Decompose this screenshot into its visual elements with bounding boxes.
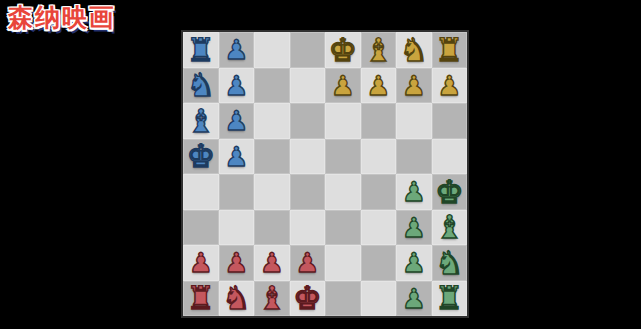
square-f8[interactable]: ♝	[361, 32, 397, 68]
piece-yellow-pawn: ♟	[331, 72, 355, 99]
piece-green-boat: ♜	[435, 282, 464, 314]
square-f5[interactable]	[361, 139, 397, 175]
piece-blue-pawn: ♟	[224, 72, 248, 99]
square-h6[interactable]	[432, 103, 468, 139]
square-a3[interactable]	[183, 210, 219, 246]
square-g1[interactable]: ♟	[396, 281, 432, 317]
square-a4[interactable]	[183, 174, 219, 210]
square-g7[interactable]: ♟	[396, 68, 432, 104]
video-frame: 森纳映画 ♜♟♚♝♞♜♞♟♟♟♟♟♝♟♚♟♟♚♟♝♟♟♟♟♟♞♜♞♝♚♟♜	[0, 0, 641, 329]
piece-blue-boat: ♜	[186, 34, 215, 66]
piece-red-bishop: ♝	[257, 282, 286, 314]
square-g5[interactable]	[396, 139, 432, 175]
square-b1[interactable]: ♞	[219, 281, 255, 317]
square-b7[interactable]: ♟	[219, 68, 255, 104]
square-b5[interactable]: ♟	[219, 139, 255, 175]
square-c6[interactable]	[254, 103, 290, 139]
square-c7[interactable]	[254, 68, 290, 104]
square-c3[interactable]	[254, 210, 290, 246]
piece-green-king: ♚	[435, 176, 464, 208]
square-c5[interactable]	[254, 139, 290, 175]
square-f4[interactable]	[361, 174, 397, 210]
square-g6[interactable]	[396, 103, 432, 139]
square-f1[interactable]	[361, 281, 397, 317]
square-h2[interactable]: ♞	[432, 245, 468, 281]
square-g4[interactable]: ♟	[396, 174, 432, 210]
chaturaji-board: ♜♟♚♝♞♜♞♟♟♟♟♟♝♟♚♟♟♚♟♝♟♟♟♟♟♞♜♞♝♚♟♜	[181, 30, 469, 318]
square-d6[interactable]	[290, 103, 326, 139]
piece-red-boat: ♜	[186, 282, 215, 314]
square-h7[interactable]: ♟	[432, 68, 468, 104]
square-h8[interactable]: ♜	[432, 32, 468, 68]
square-e2[interactable]	[325, 245, 361, 281]
square-b2[interactable]: ♟	[219, 245, 255, 281]
piece-green-bishop: ♝	[435, 211, 464, 243]
square-a7[interactable]: ♞	[183, 68, 219, 104]
piece-yellow-pawn: ♟	[366, 72, 390, 99]
square-f3[interactable]	[361, 210, 397, 246]
piece-blue-pawn: ♟	[224, 36, 248, 63]
square-h4[interactable]: ♚	[432, 174, 468, 210]
square-h1[interactable]: ♜	[432, 281, 468, 317]
piece-green-pawn: ♟	[402, 178, 426, 205]
square-g3[interactable]: ♟	[396, 210, 432, 246]
square-e1[interactable]	[325, 281, 361, 317]
square-g8[interactable]: ♞	[396, 32, 432, 68]
square-f7[interactable]: ♟	[361, 68, 397, 104]
square-d8[interactable]	[290, 32, 326, 68]
piece-yellow-boat: ♜	[435, 34, 464, 66]
channel-watermark: 森纳映画	[8, 5, 116, 30]
piece-blue-pawn: ♟	[224, 107, 248, 134]
square-a6[interactable]: ♝	[183, 103, 219, 139]
square-d5[interactable]	[290, 139, 326, 175]
square-e8[interactable]: ♚	[325, 32, 361, 68]
piece-red-knight: ♞	[222, 282, 251, 314]
piece-red-pawn: ♟	[295, 249, 319, 276]
square-c2[interactable]: ♟	[254, 245, 290, 281]
piece-yellow-pawn: ♟	[437, 72, 461, 99]
square-b6[interactable]: ♟	[219, 103, 255, 139]
piece-yellow-king: ♚	[328, 34, 357, 66]
square-c1[interactable]: ♝	[254, 281, 290, 317]
square-a8[interactable]: ♜	[183, 32, 219, 68]
square-f2[interactable]	[361, 245, 397, 281]
square-d3[interactable]	[290, 210, 326, 246]
piece-green-pawn: ♟	[402, 249, 426, 276]
square-h5[interactable]	[432, 139, 468, 175]
square-h3[interactable]: ♝	[432, 210, 468, 246]
piece-red-pawn: ♟	[189, 249, 213, 276]
piece-blue-knight: ♞	[186, 69, 215, 101]
square-f6[interactable]	[361, 103, 397, 139]
square-b3[interactable]	[219, 210, 255, 246]
square-g2[interactable]: ♟	[396, 245, 432, 281]
square-c8[interactable]	[254, 32, 290, 68]
square-a1[interactable]: ♜	[183, 281, 219, 317]
square-a5[interactable]: ♚	[183, 139, 219, 175]
piece-blue-pawn: ♟	[224, 143, 248, 170]
square-d4[interactable]	[290, 174, 326, 210]
piece-yellow-pawn: ♟	[402, 72, 426, 99]
piece-yellow-knight: ♞	[399, 34, 428, 66]
square-b8[interactable]: ♟	[219, 32, 255, 68]
square-c4[interactable]	[254, 174, 290, 210]
piece-red-pawn: ♟	[224, 249, 248, 276]
square-e3[interactable]	[325, 210, 361, 246]
piece-green-pawn: ♟	[402, 214, 426, 241]
square-b4[interactable]	[219, 174, 255, 210]
square-e4[interactable]	[325, 174, 361, 210]
piece-yellow-bishop: ♝	[364, 34, 393, 66]
square-a2[interactable]: ♟	[183, 245, 219, 281]
square-d2[interactable]: ♟	[290, 245, 326, 281]
square-d1[interactable]: ♚	[290, 281, 326, 317]
square-d7[interactable]	[290, 68, 326, 104]
piece-red-pawn: ♟	[260, 249, 284, 276]
piece-green-pawn: ♟	[402, 285, 426, 312]
square-e5[interactable]	[325, 139, 361, 175]
piece-red-king: ♚	[293, 282, 322, 314]
piece-blue-king: ♚	[186, 140, 215, 172]
square-e6[interactable]	[325, 103, 361, 139]
piece-green-knight: ♞	[435, 247, 464, 279]
piece-blue-bishop: ♝	[186, 105, 215, 137]
square-e7[interactable]: ♟	[325, 68, 361, 104]
